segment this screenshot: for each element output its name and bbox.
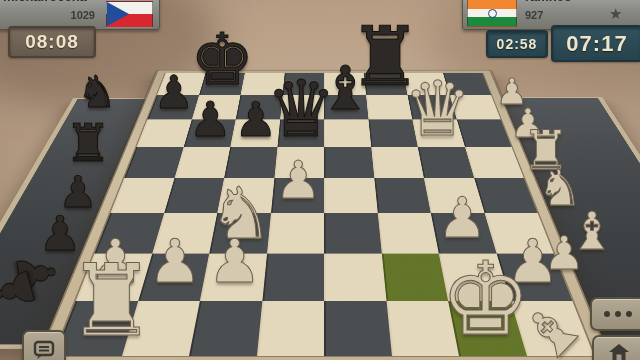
more-options-button[interactable] — [590, 297, 640, 331]
chat-bubble-icon — [32, 339, 56, 360]
clock-right: 07:17 — [551, 25, 640, 62]
move-clock-right: 02:58 — [486, 30, 548, 58]
india-flag-icon — [467, 0, 517, 27]
chat-menu-button[interactable] — [22, 330, 66, 360]
clock-left: 08:08 — [8, 26, 96, 58]
ellipsis-icon — [604, 311, 632, 317]
player-name-right: ramneo — [525, 0, 572, 5]
home-button[interactable] — [592, 335, 640, 360]
player-name-left: michalrocena — [3, 0, 87, 5]
player-rating-right: 927 — [525, 9, 543, 21]
player-rating-left: 1029 — [71, 9, 95, 21]
home-icon — [608, 342, 630, 360]
hud-overlay: michalrocena 1029 ramneo 927 ★ 08:08 02:… — [0, 0, 640, 360]
czech-flag-icon — [106, 1, 153, 28]
star-icon: ★ — [609, 5, 622, 23]
